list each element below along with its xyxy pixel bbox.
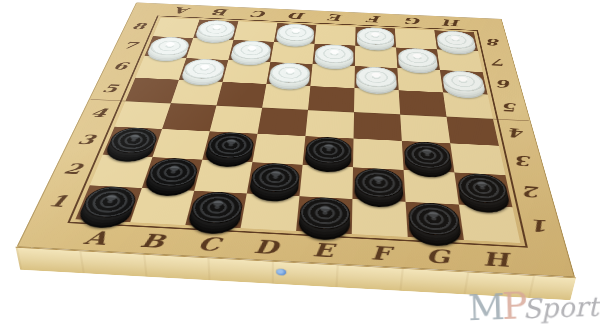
square-a8[interactable] — [153, 18, 200, 38]
square-c7[interactable] — [228, 40, 274, 62]
square-a2[interactable] — [90, 155, 153, 188]
square-a4[interactable] — [115, 101, 171, 129]
square-b8[interactable] — [193, 20, 238, 40]
file-label-bottom-e: E — [293, 235, 352, 265]
square-g4[interactable] — [400, 115, 450, 144]
square-h2[interactable] — [454, 172, 512, 207]
white-checker-d8[interactable] — [276, 23, 315, 42]
square-d6[interactable] — [266, 62, 312, 86]
square-a1[interactable] — [75, 185, 142, 222]
square-f1[interactable] — [352, 199, 408, 237]
square-b6[interactable] — [179, 58, 228, 82]
square-d3[interactable] — [252, 134, 305, 165]
rank-label-right-6: 6 — [488, 72, 524, 96]
square-c4[interactable] — [210, 106, 262, 134]
square-g6[interactable] — [397, 68, 443, 92]
square-e6[interactable] — [310, 64, 355, 88]
square-h6[interactable] — [440, 70, 488, 95]
watermark-letter-m: M — [467, 286, 502, 327]
square-c6[interactable] — [223, 60, 271, 84]
white-checker-h6[interactable] — [442, 70, 486, 92]
black-checker-c1[interactable] — [188, 191, 244, 225]
rank-label-right-1: 1 — [519, 208, 566, 246]
file-label-top-h: H — [432, 16, 473, 30]
square-f2[interactable] — [352, 167, 405, 201]
square-d7[interactable] — [270, 42, 314, 64]
black-checker-c3[interactable] — [205, 131, 256, 159]
square-h3[interactable] — [450, 143, 505, 175]
square-e3[interactable] — [303, 136, 354, 167]
square-e1[interactable] — [296, 196, 352, 234]
rank-label-right-8: 8 — [478, 32, 511, 53]
square-a3[interactable] — [103, 127, 162, 157]
square-h4[interactable] — [447, 117, 499, 146]
square-c3[interactable] — [202, 131, 257, 162]
white-checker-d6[interactable] — [269, 62, 311, 84]
square-c5[interactable] — [216, 82, 266, 108]
square-g5[interactable] — [399, 90, 447, 116]
square-b4[interactable] — [162, 103, 216, 131]
square-e7[interactable] — [313, 44, 356, 66]
square-f7[interactable] — [355, 46, 397, 68]
square-c8[interactable] — [234, 21, 278, 42]
square-h7[interactable] — [437, 49, 483, 72]
board-surface: ABCDEFGH ABCDEFGH 87654321 87654321 — [17, 2, 576, 277]
file-label-bottom-a: A — [63, 223, 129, 252]
black-checker-b2[interactable] — [145, 157, 200, 188]
mpsport-watermark: MPSport — [467, 281, 599, 327]
black-checker-e1[interactable] — [299, 196, 351, 231]
square-d2[interactable] — [247, 162, 303, 196]
square-e5[interactable] — [308, 86, 354, 112]
square-b3[interactable] — [152, 129, 209, 160]
square-a6[interactable] — [135, 56, 186, 80]
file-label-bottom-g: G — [408, 241, 468, 271]
rank-label-right-7: 7 — [483, 52, 517, 74]
square-h5[interactable] — [443, 92, 493, 119]
square-e8[interactable] — [315, 25, 356, 46]
square-b2[interactable] — [142, 157, 202, 191]
photo-scene: ABCDEFGH ABCDEFGH 87654321 87654321 MPSp… — [0, 0, 600, 327]
rank-label-right-2: 2 — [511, 175, 556, 209]
black-checker-a3[interactable] — [106, 126, 160, 154]
rank-label-left-2: 2 — [48, 153, 97, 185]
square-f4[interactable] — [354, 112, 402, 141]
file-label-bottom-c: C — [177, 229, 239, 258]
square-e4[interactable] — [305, 110, 354, 139]
rank-label-left-3: 3 — [63, 125, 109, 155]
black-checker-f2[interactable] — [355, 167, 404, 198]
square-b5[interactable] — [171, 80, 223, 106]
file-label-bottom-h: H — [465, 244, 528, 274]
square-g2[interactable] — [404, 170, 459, 205]
white-checker-e7[interactable] — [314, 44, 353, 64]
file-label-top-a: A — [162, 4, 205, 18]
white-checker-c7[interactable] — [230, 40, 272, 60]
square-h8[interactable] — [434, 30, 478, 51]
file-label-top-f: F — [356, 12, 395, 26]
square-d1[interactable] — [241, 193, 300, 231]
square-d5[interactable] — [262, 84, 310, 110]
square-f6[interactable] — [354, 66, 398, 90]
file-label-bottom-f: F — [351, 238, 409, 268]
square-g3[interactable] — [402, 141, 455, 173]
black-checker-d2[interactable] — [249, 162, 300, 193]
white-checker-b6[interactable] — [181, 58, 226, 80]
rank-label-right-4: 4 — [498, 119, 538, 147]
white-checker-g7[interactable] — [398, 47, 438, 68]
square-a7[interactable] — [145, 36, 194, 58]
square-b1[interactable] — [130, 188, 194, 225]
square-e2[interactable] — [299, 165, 353, 199]
black-checker-h2[interactable] — [456, 172, 509, 204]
file-label-top-d: D — [278, 9, 318, 23]
black-checker-a1[interactable] — [79, 185, 140, 219]
square-c1[interactable] — [185, 191, 246, 228]
checkers-board: ABCDEFGH ABCDEFGH 87654321 87654321 — [17, 2, 576, 277]
square-g7[interactable] — [396, 47, 440, 70]
square-f3[interactable] — [353, 139, 404, 170]
rank-label-left-4: 4 — [76, 99, 120, 126]
file-label-bottom-b: B — [120, 226, 184, 255]
white-checker-a7[interactable] — [147, 36, 192, 56]
black-checker-g1[interactable] — [408, 202, 461, 237]
square-b7[interactable] — [186, 38, 233, 60]
square-d8[interactable] — [274, 23, 316, 44]
rank-label-right-3: 3 — [505, 146, 547, 177]
white-checker-b8[interactable] — [195, 19, 236, 38]
board-grid — [75, 18, 520, 243]
square-g8[interactable] — [395, 28, 437, 49]
file-label-top-e: E — [317, 11, 356, 25]
square-c2[interactable] — [194, 160, 252, 194]
square-f5[interactable] — [354, 88, 400, 114]
rank-labels-right: 87654321 — [478, 32, 566, 245]
white-checker-h8[interactable] — [436, 30, 476, 49]
square-f8[interactable] — [355, 27, 396, 48]
file-label-top-c: C — [239, 7, 280, 21]
square-d4[interactable] — [257, 108, 308, 136]
white-checker-f6[interactable] — [356, 66, 396, 88]
square-g1[interactable] — [406, 202, 464, 240]
watermark-sport-text: Sport — [522, 291, 599, 325]
rank-labels-left: 87654321 — [31, 16, 156, 219]
rank-label-left-1: 1 — [31, 183, 84, 219]
black-checker-e3[interactable] — [305, 136, 352, 165]
file-label-top-g: G — [394, 14, 434, 28]
square-h1[interactable] — [459, 205, 520, 243]
black-checker-g3[interactable] — [404, 141, 452, 170]
file-label-top-b: B — [200, 6, 242, 20]
file-label-bottom-d: D — [235, 232, 296, 262]
white-checker-f8[interactable] — [357, 27, 394, 46]
blue-screw-mark — [276, 268, 286, 275]
rank-label-right-5: 5 — [493, 95, 531, 121]
